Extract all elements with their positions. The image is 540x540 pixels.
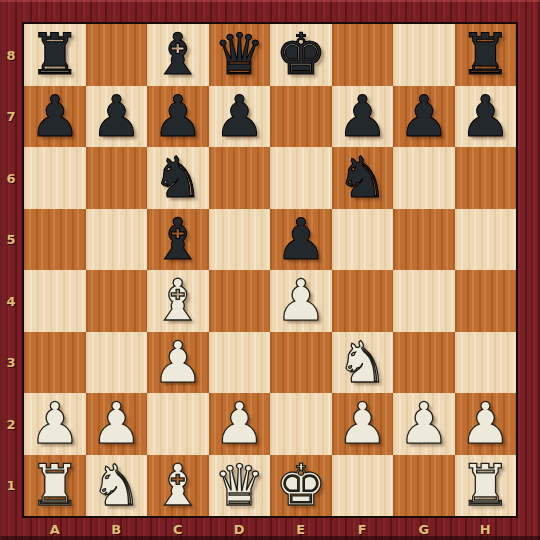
- square-f7[interactable]: ♟: [332, 86, 394, 148]
- square-a3[interactable]: [24, 332, 86, 394]
- square-e1[interactable]: ♚: [270, 455, 332, 517]
- square-b1[interactable]: ♞: [86, 455, 148, 517]
- black-pawn[interactable]: ♟: [29, 88, 80, 145]
- square-g7[interactable]: ♟: [393, 86, 455, 148]
- square-c6[interactable]: ♞: [147, 147, 209, 209]
- black-pawn[interactable]: ♟: [398, 88, 449, 145]
- square-h8[interactable]: ♜: [455, 24, 517, 86]
- square-d6[interactable]: [209, 147, 271, 209]
- square-d8[interactable]: ♛: [209, 24, 271, 86]
- white-rook[interactable]: ♜: [460, 457, 511, 514]
- square-f5[interactable]: [332, 209, 394, 271]
- square-g8[interactable]: [393, 24, 455, 86]
- square-f1[interactable]: [332, 455, 394, 517]
- file-label-b: B: [111, 522, 121, 537]
- file-label-c: C: [173, 522, 183, 537]
- white-bishop[interactable]: ♝: [152, 272, 203, 329]
- black-rook[interactable]: ♜: [29, 26, 80, 83]
- square-f3[interactable]: ♞: [332, 332, 394, 394]
- white-pawn[interactable]: ♟: [275, 272, 326, 329]
- square-a8[interactable]: ♜: [24, 24, 86, 86]
- square-g1[interactable]: [393, 455, 455, 517]
- square-c7[interactable]: ♟: [147, 86, 209, 148]
- square-c8[interactable]: ♝: [147, 24, 209, 86]
- square-d5[interactable]: [209, 209, 271, 271]
- square-e2[interactable]: [270, 393, 332, 455]
- black-pawn[interactable]: ♟: [152, 88, 203, 145]
- black-bishop[interactable]: ♝: [152, 211, 203, 268]
- square-b6[interactable]: [86, 147, 148, 209]
- square-c3[interactable]: ♟: [147, 332, 209, 394]
- square-f4[interactable]: [332, 270, 394, 332]
- white-pawn[interactable]: ♟: [460, 395, 511, 452]
- square-a1[interactable]: ♜: [24, 455, 86, 517]
- square-g3[interactable]: [393, 332, 455, 394]
- black-queen[interactable]: ♛: [214, 26, 265, 83]
- rank-label-4: 4: [6, 293, 15, 308]
- white-queen[interactable]: ♛: [214, 457, 265, 514]
- black-rook[interactable]: ♜: [460, 26, 511, 83]
- file-label-h: H: [480, 522, 491, 537]
- file-label-e: E: [296, 522, 305, 537]
- square-b5[interactable]: [86, 209, 148, 271]
- white-pawn[interactable]: ♟: [91, 395, 142, 452]
- square-e8[interactable]: ♚: [270, 24, 332, 86]
- file-label-d: D: [234, 522, 245, 537]
- rank-label-5: 5: [6, 232, 15, 247]
- rank-label-8: 8: [6, 47, 15, 62]
- white-pawn[interactable]: ♟: [337, 395, 388, 452]
- square-a6[interactable]: [24, 147, 86, 209]
- chess-board-frame: ♜♝♛♚♜♟♟♟♟♟♟♟♞♞♝♟♝♟♟♞♟♟♟♟♟♟♜♞♝♛♚♜ 8765432…: [0, 0, 540, 540]
- square-e6[interactable]: [270, 147, 332, 209]
- square-g4[interactable]: [393, 270, 455, 332]
- square-a2[interactable]: ♟: [24, 393, 86, 455]
- black-knight[interactable]: ♞: [337, 149, 388, 206]
- black-pawn[interactable]: ♟: [275, 211, 326, 268]
- square-g5[interactable]: [393, 209, 455, 271]
- square-d7[interactable]: ♟: [209, 86, 271, 148]
- file-label-a: A: [50, 522, 60, 537]
- black-king[interactable]: ♚: [275, 26, 326, 83]
- white-pawn[interactable]: ♟: [29, 395, 80, 452]
- rank-label-6: 6: [6, 170, 15, 185]
- white-knight[interactable]: ♞: [91, 457, 142, 514]
- square-g2[interactable]: ♟: [393, 393, 455, 455]
- square-b8[interactable]: [86, 24, 148, 86]
- black-pawn[interactable]: ♟: [460, 88, 511, 145]
- square-d3[interactable]: [209, 332, 271, 394]
- white-rook[interactable]: ♜: [29, 457, 80, 514]
- square-b2[interactable]: ♟: [86, 393, 148, 455]
- square-b7[interactable]: ♟: [86, 86, 148, 148]
- white-bishop[interactable]: ♝: [152, 457, 203, 514]
- square-h7[interactable]: ♟: [455, 86, 517, 148]
- square-d4[interactable]: [209, 270, 271, 332]
- file-label-f: F: [358, 522, 367, 537]
- black-bishop[interactable]: ♝: [152, 26, 203, 83]
- white-king[interactable]: ♚: [275, 457, 326, 514]
- black-pawn[interactable]: ♟: [337, 88, 388, 145]
- square-b3[interactable]: [86, 332, 148, 394]
- square-g6[interactable]: [393, 147, 455, 209]
- rank-label-7: 7: [6, 109, 15, 124]
- square-h2[interactable]: ♟: [455, 393, 517, 455]
- square-b4[interactable]: [86, 270, 148, 332]
- square-f6[interactable]: ♞: [332, 147, 394, 209]
- square-d1[interactable]: ♛: [209, 455, 271, 517]
- white-pawn[interactable]: ♟: [398, 395, 449, 452]
- square-e4[interactable]: ♟: [270, 270, 332, 332]
- rank-label-2: 2: [6, 416, 15, 431]
- black-pawn[interactable]: ♟: [214, 88, 265, 145]
- file-label-g: G: [418, 522, 429, 537]
- chess-board: ♜♝♛♚♜♟♟♟♟♟♟♟♞♞♝♟♝♟♟♞♟♟♟♟♟♟♜♞♝♛♚♜: [22, 22, 518, 518]
- black-pawn[interactable]: ♟: [91, 88, 142, 145]
- square-a4[interactable]: [24, 270, 86, 332]
- black-knight[interactable]: ♞: [152, 149, 203, 206]
- square-e7[interactable]: [270, 86, 332, 148]
- white-pawn[interactable]: ♟: [152, 334, 203, 391]
- square-h5[interactable]: [455, 209, 517, 271]
- rank-label-1: 1: [6, 478, 15, 493]
- square-f8[interactable]: [332, 24, 394, 86]
- square-c2[interactable]: [147, 393, 209, 455]
- square-f2[interactable]: ♟: [332, 393, 394, 455]
- rank-label-3: 3: [6, 355, 15, 370]
- square-h1[interactable]: ♜: [455, 455, 517, 517]
- square-c5[interactable]: ♝: [147, 209, 209, 271]
- square-h4[interactable]: [455, 270, 517, 332]
- square-c1[interactable]: ♝: [147, 455, 209, 517]
- white-knight[interactable]: ♞: [337, 334, 388, 391]
- square-h3[interactable]: [455, 332, 517, 394]
- square-d2[interactable]: ♟: [209, 393, 271, 455]
- square-e5[interactable]: ♟: [270, 209, 332, 271]
- square-a7[interactable]: ♟: [24, 86, 86, 148]
- square-a5[interactable]: [24, 209, 86, 271]
- square-e3[interactable]: [270, 332, 332, 394]
- square-c4[interactable]: ♝: [147, 270, 209, 332]
- square-h6[interactable]: [455, 147, 517, 209]
- white-pawn[interactable]: ♟: [214, 395, 265, 452]
